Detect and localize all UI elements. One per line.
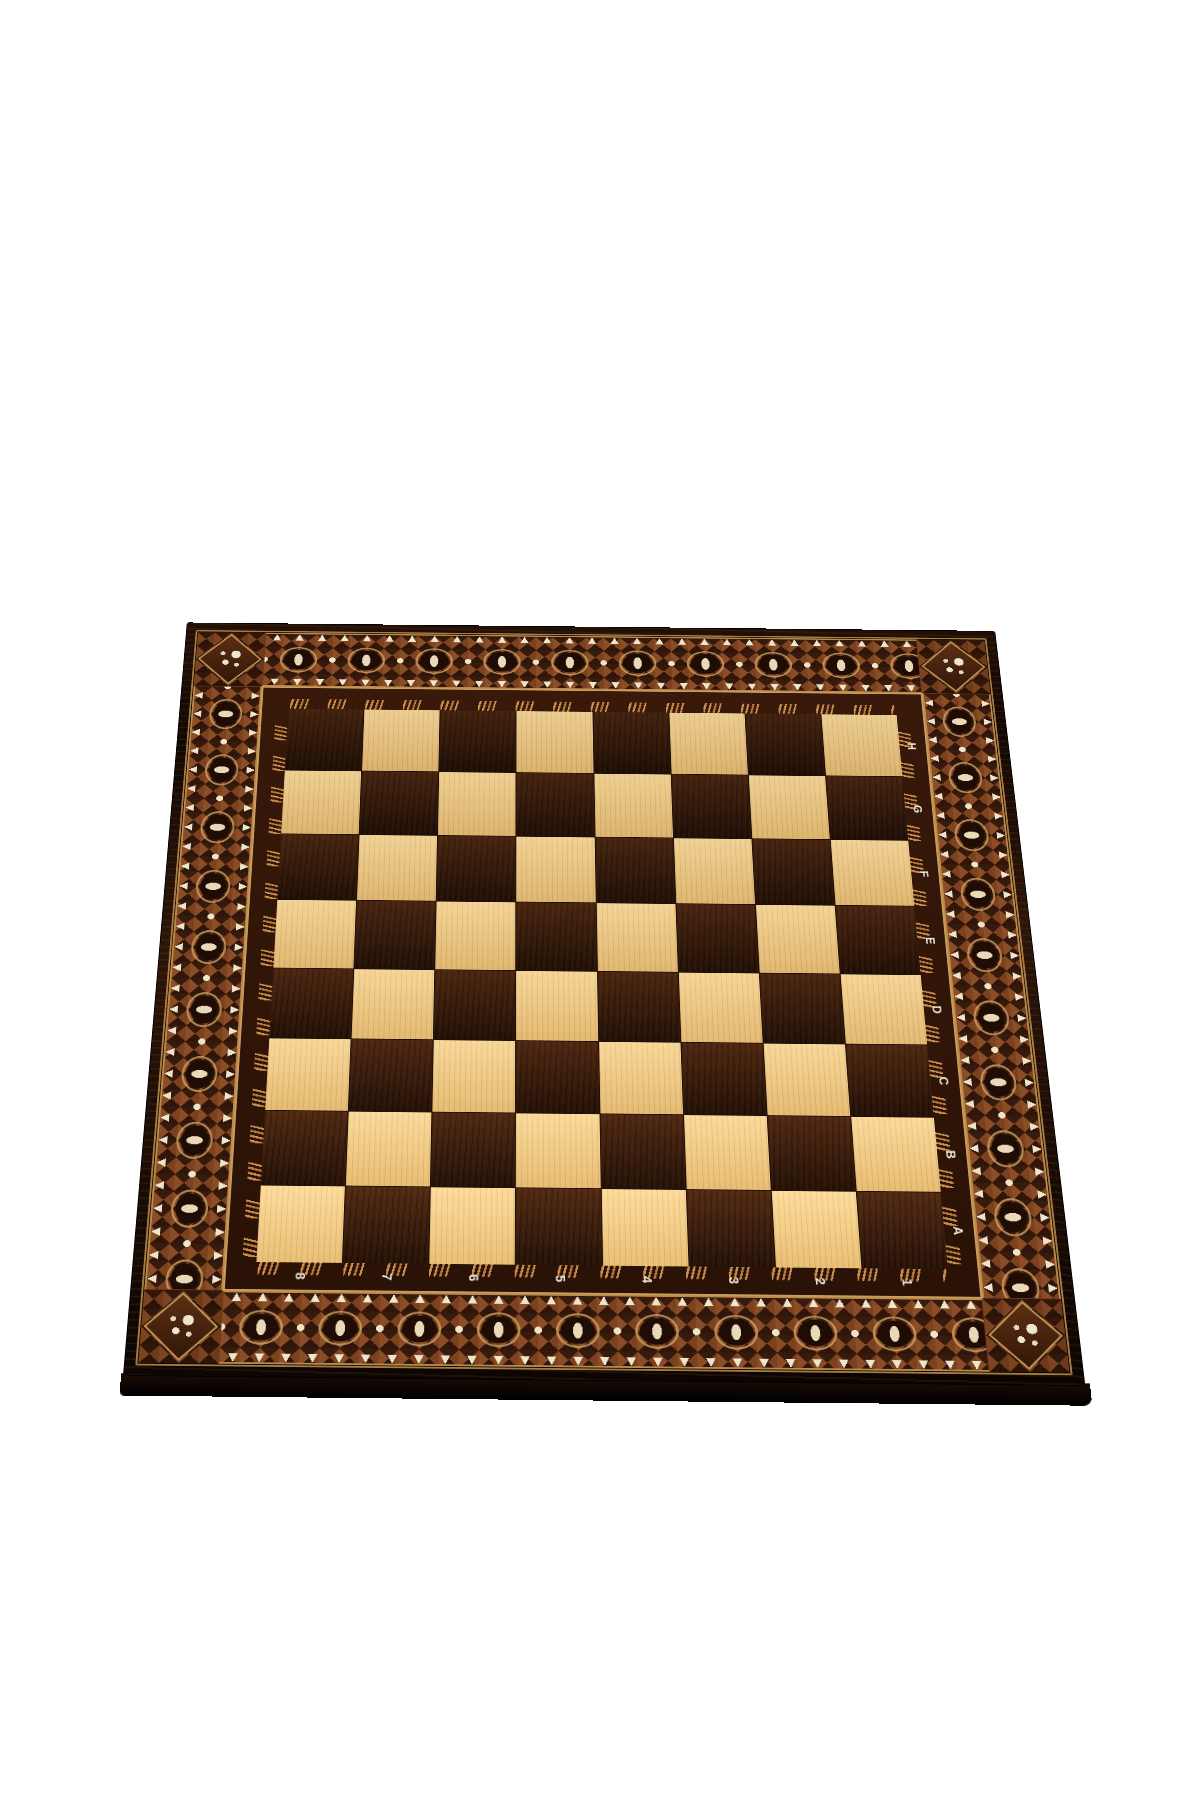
- file-label-h: H: [902, 740, 920, 752]
- rank-label-5: 5: [550, 1271, 569, 1287]
- file-label-e: E: [920, 934, 939, 947]
- file-label-g: G: [908, 802, 926, 815]
- board-photo: HGFEDCBA87654321: [0, 0, 1200, 1800]
- file-label-b: B: [940, 1147, 960, 1162]
- rank-label-3: 3: [723, 1273, 742, 1289]
- rank-label-8: 8: [289, 1268, 308, 1284]
- file-label-c: C: [933, 1073, 952, 1087]
- chess-board: HGFEDCBA87654321: [123, 622, 1085, 1386]
- file-label-d: D: [927, 1002, 946, 1016]
- rank-label-7: 7: [376, 1269, 395, 1285]
- rank-label-6: 6: [463, 1270, 482, 1286]
- coord-labels: HGFEDCBA87654321: [123, 622, 1085, 1386]
- rank-label-2: 2: [809, 1274, 829, 1290]
- rank-label-1: 1: [896, 1275, 916, 1291]
- rank-label-4: 4: [636, 1272, 655, 1288]
- file-label-a: A: [947, 1223, 967, 1238]
- file-label-f: F: [914, 867, 932, 880]
